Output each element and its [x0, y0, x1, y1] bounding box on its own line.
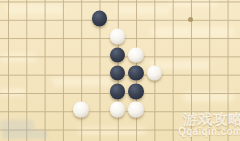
black-stone — [128, 65, 144, 81]
white-stone — [128, 47, 144, 63]
gomoku-game-screen: 游戏攻略 Qqaiqin.com — [0, 0, 240, 141]
star-point — [188, 17, 193, 22]
black-stone — [92, 11, 108, 27]
white-stone — [147, 65, 163, 81]
white-stone — [110, 29, 126, 45]
black-stone — [110, 47, 126, 63]
white-stone — [128, 102, 144, 118]
white-stone — [110, 102, 126, 118]
black-stone — [110, 65, 126, 81]
watermark-site-url: Qqaiqin.com — [178, 126, 240, 137]
white-stone — [73, 102, 89, 118]
black-stone — [128, 84, 144, 100]
black-stone — [110, 84, 126, 100]
